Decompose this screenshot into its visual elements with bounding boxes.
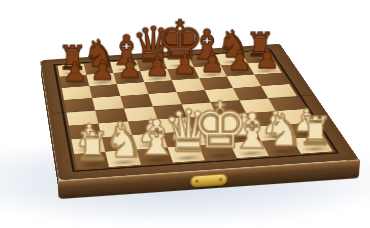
chess-board-box: ♜♞♝♛♚♝♞♜♟♟♟♟♟♟♟♟♟♟♟♟♟♟♟♟♜♞♝♛♚♝♞♜ <box>40 44 359 181</box>
white-rook-icon: ♜ <box>279 111 353 150</box>
pieces-layer: ♜♞♝♛♚♝♞♜♟♟♟♟♟♟♟♟♟♟♟♟♟♟♟♟♜♞♝♛♚♝♞♜ <box>40 44 359 181</box>
black-pawn-icon: ♟ <box>235 45 298 73</box>
chess-set-photo: ♜♞♝♛♚♝♞♜♟♟♟♟♟♟♟♟♟♟♟♟♟♟♟♟♜♞♝♛♚♝♞♜ <box>0 0 370 228</box>
brass-clasp <box>190 173 227 188</box>
